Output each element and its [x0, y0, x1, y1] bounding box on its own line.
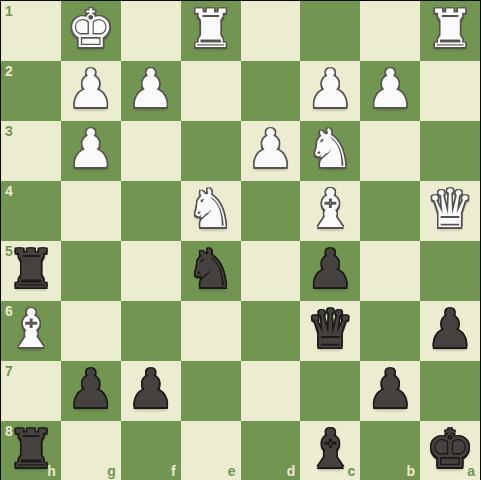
square-e7[interactable] — [181, 361, 241, 421]
white-knight-e4[interactable]: ♞ — [187, 179, 235, 239]
white-rook-a1[interactable]: ♜ — [426, 0, 474, 59]
black-bishop-c8[interactable]: ♝ — [307, 419, 355, 479]
square-a3[interactable] — [420, 121, 480, 181]
square-f1[interactable] — [121, 1, 181, 61]
square-a6[interactable]: ♟ — [420, 301, 480, 361]
square-f8[interactable]: f — [121, 421, 181, 480]
square-c7[interactable] — [300, 361, 360, 421]
square-h5[interactable]: 5♜ — [1, 241, 61, 301]
file-label-f: f — [171, 464, 176, 478]
square-c2[interactable]: ♟ — [300, 61, 360, 121]
black-knight-e5[interactable]: ♞ — [187, 239, 235, 299]
square-g5[interactable] — [61, 241, 121, 301]
square-h6[interactable]: 6♝ — [1, 301, 61, 361]
white-bishop-c4[interactable]: ♝ — [307, 179, 355, 239]
square-c6[interactable]: ♛ — [300, 301, 360, 361]
square-d3[interactable]: ♟ — [241, 121, 301, 181]
file-label-e: e — [228, 464, 236, 478]
square-d5[interactable] — [241, 241, 301, 301]
square-g8[interactable]: g — [61, 421, 121, 480]
square-e1[interactable]: ♜ — [181, 1, 241, 61]
square-a7[interactable] — [420, 361, 480, 421]
black-rook-h8[interactable]: ♜ — [7, 419, 55, 479]
square-c1[interactable] — [300, 1, 360, 61]
white-pawn-d3[interactable]: ♟ — [247, 119, 295, 179]
square-d4[interactable] — [241, 181, 301, 241]
square-h8[interactable]: 8h♜ — [1, 421, 61, 480]
square-c8[interactable]: c♝ — [300, 421, 360, 480]
white-pawn-f2[interactable]: ♟ — [127, 59, 175, 119]
square-d8[interactable]: d — [241, 421, 301, 480]
white-bishop-h6[interactable]: ♝ — [7, 299, 55, 359]
white-king-g1[interactable]: ♚ — [67, 0, 115, 59]
rank-label-2: 2 — [5, 64, 13, 78]
square-e4[interactable]: ♞ — [181, 181, 241, 241]
rank-label-4: 4 — [5, 184, 13, 198]
square-b6[interactable] — [360, 301, 420, 361]
square-f2[interactable]: ♟ — [121, 61, 181, 121]
white-rook-e1[interactable]: ♜ — [187, 0, 235, 59]
white-queen-a4[interactable]: ♛ — [426, 179, 474, 239]
white-knight-c3[interactable]: ♞ — [307, 119, 355, 179]
black-pawn-c5[interactable]: ♟ — [307, 239, 355, 299]
square-a4[interactable]: ♛ — [420, 181, 480, 241]
white-pawn-b2[interactable]: ♟ — [366, 59, 414, 119]
square-g1[interactable]: ♚ — [61, 1, 121, 61]
square-f6[interactable] — [121, 301, 181, 361]
white-pawn-g3[interactable]: ♟ — [67, 119, 115, 179]
square-c3[interactable]: ♞ — [300, 121, 360, 181]
chess-board: 1♚♜♜2♟♟♟♟3♟♟♞4♞♝♛5♜♞♟6♝♛♟7♟♟♟8h♜gfedc♝ba… — [0, 0, 481, 480]
square-e3[interactable] — [181, 121, 241, 181]
square-f3[interactable] — [121, 121, 181, 181]
square-c5[interactable]: ♟ — [300, 241, 360, 301]
square-h1[interactable]: 1 — [1, 1, 61, 61]
square-g3[interactable]: ♟ — [61, 121, 121, 181]
square-d6[interactable] — [241, 301, 301, 361]
square-a8[interactable]: a♚ — [420, 421, 480, 480]
square-a2[interactable] — [420, 61, 480, 121]
square-b3[interactable] — [360, 121, 420, 181]
rank-label-3: 3 — [5, 124, 13, 138]
square-b2[interactable]: ♟ — [360, 61, 420, 121]
square-h3[interactable]: 3 — [1, 121, 61, 181]
square-b8[interactable]: b — [360, 421, 420, 480]
square-b1[interactable] — [360, 1, 420, 61]
black-pawn-a6[interactable]: ♟ — [426, 299, 474, 359]
square-g7[interactable]: ♟ — [61, 361, 121, 421]
black-pawn-b7[interactable]: ♟ — [366, 359, 414, 419]
square-e6[interactable] — [181, 301, 241, 361]
file-label-d: d — [287, 464, 296, 478]
square-c4[interactable]: ♝ — [300, 181, 360, 241]
black-pawn-f7[interactable]: ♟ — [127, 359, 175, 419]
square-a1[interactable]: ♜ — [420, 1, 480, 61]
square-g4[interactable] — [61, 181, 121, 241]
square-g6[interactable] — [61, 301, 121, 361]
black-pawn-g7[interactable]: ♟ — [67, 359, 115, 419]
square-b5[interactable] — [360, 241, 420, 301]
file-label-g: g — [107, 464, 116, 478]
square-d2[interactable] — [241, 61, 301, 121]
square-d1[interactable] — [241, 1, 301, 61]
black-king-a8[interactable]: ♚ — [426, 419, 474, 479]
black-rook-h5[interactable]: ♜ — [7, 239, 55, 299]
square-f4[interactable] — [121, 181, 181, 241]
white-pawn-c2[interactable]: ♟ — [307, 59, 355, 119]
square-h2[interactable]: 2 — [1, 61, 61, 121]
square-f5[interactable] — [121, 241, 181, 301]
square-b4[interactable] — [360, 181, 420, 241]
square-e8[interactable]: e — [181, 421, 241, 480]
square-b7[interactable]: ♟ — [360, 361, 420, 421]
square-a5[interactable] — [420, 241, 480, 301]
black-queen-c6[interactable]: ♛ — [307, 299, 355, 359]
square-d7[interactable] — [241, 361, 301, 421]
rank-label-7: 7 — [5, 364, 13, 378]
square-e5[interactable]: ♞ — [181, 241, 241, 301]
rank-label-1: 1 — [5, 4, 13, 18]
file-label-b: b — [407, 464, 416, 478]
square-h4[interactable]: 4 — [1, 181, 61, 241]
square-g2[interactable]: ♟ — [61, 61, 121, 121]
square-e2[interactable] — [181, 61, 241, 121]
square-f7[interactable]: ♟ — [121, 361, 181, 421]
white-pawn-g2[interactable]: ♟ — [67, 59, 115, 119]
square-h7[interactable]: 7 — [1, 361, 61, 421]
